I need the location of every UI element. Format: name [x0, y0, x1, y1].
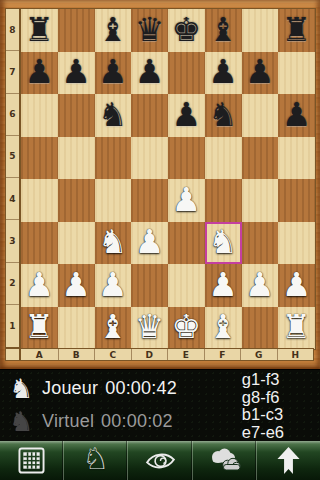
- clouds-icon: [208, 448, 241, 474]
- board-squares: ♜♝♛♚♝♜♟♟♟♟♟♟♞♟♞♟♟♞♟♞♟♟♟♟♟♟♜♝♛♚♝♜: [20, 8, 316, 350]
- square-f3[interactable]: ♞: [205, 222, 242, 265]
- square-b5[interactable]: [58, 137, 95, 180]
- square-g5[interactable]: [242, 137, 279, 180]
- file-label-a: A: [21, 349, 58, 360]
- piece-black-bishop[interactable]: ♝: [98, 13, 128, 46]
- square-e7[interactable]: [168, 52, 205, 95]
- square-b6[interactable]: [58, 94, 95, 137]
- square-a4[interactable]: [21, 179, 58, 222]
- clouds-button[interactable]: [193, 441, 257, 480]
- piece-black-pawn[interactable]: ♟: [245, 55, 275, 88]
- piece-white-pawn[interactable]: ♟: [172, 183, 202, 216]
- rank-label-8: 8: [6, 9, 19, 51]
- square-c1[interactable]: ♝: [95, 307, 132, 350]
- file-label-h: H: [277, 349, 314, 360]
- player-row-computer: ♞ Virtuel 00:00:02: [6, 405, 173, 437]
- chess-app-screen: 87654321 ♜♝♛♚♝♜♟♟♟♟♟♟♞♟♞♟♟♞♟♞♟♟♟♟♟♟♜♝♛♚♝…: [0, 0, 320, 480]
- rank-label-6: 6: [6, 94, 19, 136]
- square-b8[interactable]: [58, 9, 95, 52]
- square-f7[interactable]: ♟: [205, 52, 242, 95]
- player-clock: 00:00:02: [101, 411, 173, 432]
- square-a2[interactable]: ♟: [21, 264, 58, 307]
- file-labels: ABCDEFGH: [20, 348, 314, 361]
- square-c4[interactable]: [95, 179, 132, 222]
- square-d7[interactable]: ♟: [131, 52, 168, 95]
- rank-label-7: 7: [6, 51, 19, 93]
- piece-white-king[interactable]: ♚: [172, 310, 202, 343]
- square-h8[interactable]: ♜: [278, 9, 315, 52]
- piece-white-pawn[interactable]: ♟: [282, 268, 312, 301]
- square-e1[interactable]: ♚: [168, 307, 205, 350]
- square-d3[interactable]: ♟: [131, 222, 168, 265]
- file-label-f: F: [204, 349, 241, 360]
- square-f2[interactable]: ♟: [205, 264, 242, 307]
- square-d1[interactable]: ♛: [131, 307, 168, 350]
- dark-knight-icon: ♞: [6, 408, 36, 435]
- square-b1[interactable]: [58, 307, 95, 350]
- grid-button[interactable]: [0, 441, 64, 480]
- board-frame: 87654321 ♜♝♛♚♝♜♟♟♟♟♟♟♞♟♞♟♟♞♟♞♟♟♟♟♟♟♜♝♛♚♝…: [0, 0, 320, 369]
- piece-black-rook[interactable]: ♜: [25, 13, 55, 46]
- piece-black-king[interactable]: ♚: [172, 13, 202, 46]
- piece-white-knight[interactable]: ♞: [208, 225, 238, 258]
- square-d5[interactable]: [131, 137, 168, 180]
- file-label-g: G: [240, 349, 277, 360]
- toolbar: ♘: [0, 441, 320, 480]
- square-c6[interactable]: ♞: [95, 94, 132, 137]
- piece-white-pawn[interactable]: ♟: [61, 268, 91, 301]
- square-c8[interactable]: ♝: [95, 9, 132, 52]
- player-name: Virtuel: [42, 411, 94, 432]
- square-b7[interactable]: ♟: [58, 52, 95, 95]
- piece-black-queen[interactable]: ♛: [135, 13, 165, 46]
- piece-black-bishop[interactable]: ♝: [208, 13, 238, 46]
- up-arrow-button[interactable]: [257, 441, 320, 480]
- info-panel: ♞ Joueur 00:00:42 ♞ Virtuel 00:00:02 g1-…: [0, 369, 320, 442]
- square-c3[interactable]: ♞: [95, 222, 132, 265]
- piece-black-knight[interactable]: ♞: [98, 98, 128, 131]
- square-g8[interactable]: [242, 9, 279, 52]
- piece-white-rook[interactable]: ♜: [282, 310, 312, 343]
- square-g4[interactable]: [242, 179, 279, 222]
- knight-button[interactable]: ♘: [64, 441, 128, 480]
- piece-white-bishop[interactable]: ♝: [98, 310, 128, 343]
- rank-labels: 87654321: [5, 8, 20, 348]
- square-h4[interactable]: [278, 179, 315, 222]
- square-g2[interactable]: ♟: [242, 264, 279, 307]
- piece-black-pawn[interactable]: ♟: [208, 55, 238, 88]
- eye-icon: [145, 450, 176, 472]
- piece-black-rook[interactable]: ♜: [282, 13, 312, 46]
- square-f4[interactable]: [205, 179, 242, 222]
- square-h3[interactable]: [278, 222, 315, 265]
- piece-black-knight[interactable]: ♞: [208, 98, 238, 131]
- knight-icon: ♘: [82, 444, 109, 474]
- square-c7[interactable]: ♟: [95, 52, 132, 95]
- square-h2[interactable]: ♟: [278, 264, 315, 307]
- square-f6[interactable]: ♞: [205, 94, 242, 137]
- square-e3[interactable]: [168, 222, 205, 265]
- eye-button[interactable]: [128, 441, 192, 480]
- rank-label-3: 3: [6, 220, 19, 262]
- piece-black-pawn[interactable]: ♟: [25, 55, 55, 88]
- square-h7[interactable]: [278, 52, 315, 95]
- square-g3[interactable]: [242, 222, 279, 265]
- piece-black-pawn[interactable]: ♟: [98, 55, 128, 88]
- square-a6[interactable]: [21, 94, 58, 137]
- piece-white-pawn[interactable]: ♟: [98, 268, 128, 301]
- square-a3[interactable]: [21, 222, 58, 265]
- square-b4[interactable]: [58, 179, 95, 222]
- piece-white-knight[interactable]: ♞: [98, 225, 128, 258]
- square-g7[interactable]: ♟: [242, 52, 279, 95]
- piece-white-pawn[interactable]: ♟: [25, 268, 55, 301]
- file-label-e: E: [167, 349, 204, 360]
- square-d2[interactable]: [131, 264, 168, 307]
- piece-black-pawn[interactable]: ♟: [282, 98, 312, 131]
- piece-white-pawn[interactable]: ♟: [208, 268, 238, 301]
- piece-white-rook[interactable]: ♜: [25, 310, 55, 343]
- square-h5[interactable]: [278, 137, 315, 180]
- piece-white-pawn[interactable]: ♟: [245, 268, 275, 301]
- square-d6[interactable]: [131, 94, 168, 137]
- square-h6[interactable]: ♟: [278, 94, 315, 137]
- piece-white-queen[interactable]: ♛: [135, 310, 165, 343]
- player-clock: 00:00:42: [105, 378, 177, 399]
- square-d8[interactable]: ♛: [131, 9, 168, 52]
- move-entry-4: e7-e6: [242, 424, 284, 442]
- piece-black-pawn[interactable]: ♟: [172, 98, 202, 131]
- square-f8[interactable]: ♝: [205, 9, 242, 52]
- square-f1[interactable]: ♝: [205, 307, 242, 350]
- square-e5[interactable]: [168, 137, 205, 180]
- player-name: Joueur: [42, 378, 98, 399]
- square-e4[interactable]: ♟: [168, 179, 205, 222]
- board-corner-cell: [5, 348, 20, 361]
- rank-label-1: 1: [6, 305, 19, 347]
- grid-icon: [18, 447, 45, 474]
- rank-label-2: 2: [6, 263, 19, 305]
- square-c5[interactable]: [95, 137, 132, 180]
- file-label-c: C: [94, 349, 131, 360]
- file-label-d: D: [131, 349, 168, 360]
- square-b2[interactable]: ♟: [58, 264, 95, 307]
- square-c2[interactable]: ♟: [95, 264, 132, 307]
- square-h1[interactable]: ♜: [278, 307, 315, 350]
- square-g1[interactable]: [242, 307, 279, 350]
- move-entry-1: g1-f3: [242, 371, 284, 389]
- square-b3[interactable]: [58, 222, 95, 265]
- square-g6[interactable]: [242, 94, 279, 137]
- square-e8[interactable]: ♚: [168, 9, 205, 52]
- piece-white-bishop[interactable]: ♝: [208, 310, 238, 343]
- square-e6[interactable]: ♟: [168, 94, 205, 137]
- player-row-white: ♞ Joueur 00:00:42: [6, 372, 177, 404]
- square-d4[interactable]: [131, 179, 168, 222]
- up-arrow-icon: [276, 446, 301, 475]
- rank-label-4: 4: [6, 178, 19, 220]
- square-a5[interactable]: [21, 137, 58, 180]
- move-entry-2: g8-f6: [242, 389, 284, 407]
- rank-label-5: 5: [6, 136, 19, 178]
- white-knight-icon: ♞: [6, 375, 36, 402]
- square-f5[interactable]: [205, 137, 242, 180]
- move-list[interactable]: g1-f3g8-f6b1-c3e7-e6: [242, 371, 284, 441]
- square-a1[interactable]: ♜: [21, 307, 58, 350]
- square-a7[interactable]: ♟: [21, 52, 58, 95]
- move-entry-3: b1-c3: [242, 406, 284, 424]
- square-a8[interactable]: ♜: [21, 9, 58, 52]
- piece-white-pawn[interactable]: ♟: [135, 225, 165, 258]
- piece-black-pawn[interactable]: ♟: [61, 55, 91, 88]
- piece-black-pawn[interactable]: ♟: [135, 55, 165, 88]
- file-label-b: B: [58, 349, 95, 360]
- square-e2[interactable]: [168, 264, 205, 307]
